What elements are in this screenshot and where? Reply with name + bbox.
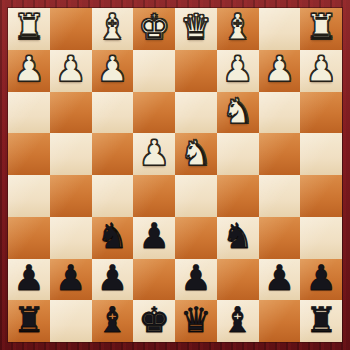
square-d3[interactable] — [175, 92, 217, 134]
square-f5[interactable] — [92, 175, 134, 217]
piece-black-queen: ♛ — [180, 303, 211, 338]
square-d5[interactable] — [175, 175, 217, 217]
piece-white-pawn: ♟ — [138, 136, 169, 171]
piece-black-pawn: ♟ — [13, 261, 44, 296]
square-b1[interactable] — [259, 8, 301, 50]
square-g2[interactable]: ♟ — [50, 50, 92, 92]
square-e8[interactable]: ♚ — [133, 300, 175, 342]
square-c7[interactable] — [217, 259, 259, 301]
square-h2[interactable]: ♟ — [8, 50, 50, 92]
square-b2[interactable]: ♟ — [259, 50, 301, 92]
square-d7[interactable]: ♟ — [175, 259, 217, 301]
square-a8[interactable]: ♜ — [300, 300, 342, 342]
square-a5[interactable] — [300, 175, 342, 217]
square-c8[interactable]: ♝ — [217, 300, 259, 342]
square-c4[interactable] — [217, 133, 259, 175]
square-b5[interactable] — [259, 175, 301, 217]
square-g8[interactable] — [50, 300, 92, 342]
square-e3[interactable] — [133, 92, 175, 134]
square-a2[interactable]: ♟ — [300, 50, 342, 92]
square-h8[interactable]: ♜ — [8, 300, 50, 342]
piece-black-knight: ♞ — [222, 219, 253, 254]
square-a7[interactable]: ♟ — [300, 259, 342, 301]
square-g5[interactable] — [50, 175, 92, 217]
piece-black-bishop: ♝ — [97, 303, 128, 338]
square-e1[interactable]: ♚ — [133, 8, 175, 50]
piece-white-knight: ♞ — [222, 94, 253, 129]
square-b3[interactable] — [259, 92, 301, 134]
square-h7[interactable]: ♟ — [8, 259, 50, 301]
square-a1[interactable]: ♜ — [300, 8, 342, 50]
square-c2[interactable]: ♟ — [217, 50, 259, 92]
square-f3[interactable] — [92, 92, 134, 134]
piece-white-pawn: ♟ — [13, 52, 44, 87]
square-f7[interactable]: ♟ — [92, 259, 134, 301]
piece-white-pawn: ♟ — [55, 52, 86, 87]
square-h5[interactable] — [8, 175, 50, 217]
square-h4[interactable] — [8, 133, 50, 175]
piece-white-pawn: ♟ — [97, 52, 128, 87]
square-b8[interactable] — [259, 300, 301, 342]
square-a3[interactable] — [300, 92, 342, 134]
square-h6[interactable] — [8, 217, 50, 259]
piece-white-knight: ♞ — [180, 136, 211, 171]
square-f8[interactable]: ♝ — [92, 300, 134, 342]
square-e5[interactable] — [133, 175, 175, 217]
square-b7[interactable]: ♟ — [259, 259, 301, 301]
piece-black-pawn: ♟ — [180, 261, 211, 296]
piece-white-pawn: ♟ — [264, 52, 295, 87]
piece-black-bishop: ♝ — [222, 303, 253, 338]
square-g3[interactable] — [50, 92, 92, 134]
chess-board: ♜♝♚♛♝♜♟♟♟♟♟♟♞♟♞♞♟♞♟♟♟♟♟♟♜♝♚♛♝♜ — [8, 8, 342, 342]
piece-white-rook: ♜ — [305, 10, 336, 45]
square-f1[interactable]: ♝ — [92, 8, 134, 50]
square-e2[interactable] — [133, 50, 175, 92]
piece-white-queen: ♛ — [180, 10, 211, 45]
square-c3[interactable]: ♞ — [217, 92, 259, 134]
piece-white-rook: ♜ — [13, 10, 44, 45]
square-c1[interactable]: ♝ — [217, 8, 259, 50]
square-a4[interactable] — [300, 133, 342, 175]
square-d2[interactable] — [175, 50, 217, 92]
square-g4[interactable] — [50, 133, 92, 175]
piece-white-pawn: ♟ — [222, 52, 253, 87]
piece-black-king: ♚ — [138, 303, 169, 338]
square-f2[interactable]: ♟ — [92, 50, 134, 92]
piece-black-knight: ♞ — [97, 219, 128, 254]
square-b6[interactable] — [259, 217, 301, 259]
square-g1[interactable] — [50, 8, 92, 50]
square-b4[interactable] — [259, 133, 301, 175]
piece-black-pawn: ♟ — [305, 261, 336, 296]
piece-white-king: ♚ — [138, 10, 169, 45]
piece-white-pawn: ♟ — [305, 52, 336, 87]
piece-black-rook: ♜ — [305, 303, 336, 338]
square-c6[interactable]: ♞ — [217, 217, 259, 259]
board-frame: ♜♝♚♛♝♜♟♟♟♟♟♟♞♟♞♞♟♞♟♟♟♟♟♟♜♝♚♛♝♜ — [0, 0, 350, 350]
square-d4[interactable]: ♞ — [175, 133, 217, 175]
piece-black-pawn: ♟ — [55, 261, 86, 296]
square-f6[interactable]: ♞ — [92, 217, 134, 259]
piece-black-pawn: ♟ — [264, 261, 295, 296]
square-g7[interactable]: ♟ — [50, 259, 92, 301]
square-e7[interactable] — [133, 259, 175, 301]
square-h3[interactable] — [8, 92, 50, 134]
square-d1[interactable]: ♛ — [175, 8, 217, 50]
square-a6[interactable] — [300, 217, 342, 259]
square-f4[interactable] — [92, 133, 134, 175]
piece-black-rook: ♜ — [13, 303, 44, 338]
piece-white-bishop: ♝ — [97, 10, 128, 45]
square-g6[interactable] — [50, 217, 92, 259]
square-c5[interactable] — [217, 175, 259, 217]
piece-black-pawn: ♟ — [138, 219, 169, 254]
square-d6[interactable] — [175, 217, 217, 259]
square-e6[interactable]: ♟ — [133, 217, 175, 259]
square-e4[interactable]: ♟ — [133, 133, 175, 175]
square-h1[interactable]: ♜ — [8, 8, 50, 50]
square-d8[interactable]: ♛ — [175, 300, 217, 342]
piece-black-pawn: ♟ — [97, 261, 128, 296]
piece-white-bishop: ♝ — [222, 10, 253, 45]
